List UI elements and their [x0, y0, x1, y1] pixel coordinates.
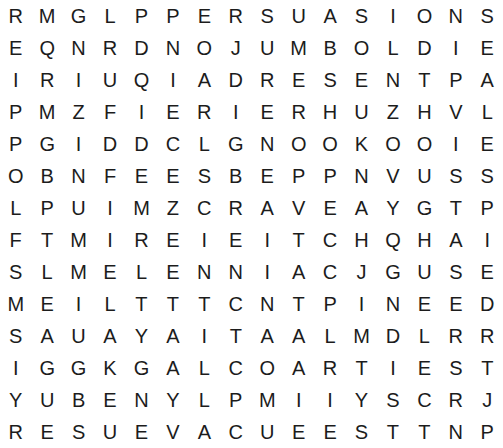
- grid-cell-r8-c3[interactable]: M: [63, 224, 94, 256]
- grid-cell-r11-c4[interactable]: A: [94, 320, 125, 352]
- grid-cell-r10-c9[interactable]: N: [252, 288, 283, 320]
- grid-cell-r6-c1[interactable]: O: [0, 160, 31, 192]
- grid-cell-r1-c12[interactable]: S: [346, 0, 377, 32]
- grid-cell-r4-c14[interactable]: H: [409, 96, 440, 128]
- grid-cell-r8-c5[interactable]: R: [126, 224, 157, 256]
- grid-cell-r3-c3[interactable]: I: [63, 64, 94, 96]
- grid-cell-r6-c15[interactable]: S: [440, 160, 471, 192]
- grid-cell-r8-c15[interactable]: A: [440, 224, 471, 256]
- grid-cell-r9-c15[interactable]: S: [440, 256, 471, 288]
- grid-cell-r14-c2[interactable]: E: [31, 416, 62, 448]
- grid-cell-r9-c4[interactable]: E: [94, 256, 125, 288]
- grid-cell-r13-c11[interactable]: I: [314, 384, 345, 416]
- grid-cell-r2-c6[interactable]: N: [157, 32, 188, 64]
- grid-cell-r11-c11[interactable]: L: [314, 320, 345, 352]
- grid-cell-r3-c2[interactable]: R: [31, 64, 62, 96]
- grid-cell-r6-c9[interactable]: E: [252, 160, 283, 192]
- grid-cell-r6-c14[interactable]: U: [409, 160, 440, 192]
- grid-cell-r1-c16[interactable]: S: [472, 0, 503, 32]
- grid-cell-r8-c7[interactable]: I: [189, 224, 220, 256]
- grid-cell-r9-c12[interactable]: J: [346, 256, 377, 288]
- grid-cell-r11-c2[interactable]: A: [31, 320, 62, 352]
- grid-cell-r3-c12[interactable]: E: [346, 64, 377, 96]
- grid-cell-r13-c13[interactable]: S: [377, 384, 408, 416]
- grid-cell-r8-c2[interactable]: T: [31, 224, 62, 256]
- grid-cell-r10-c13[interactable]: N: [377, 288, 408, 320]
- grid-cell-r7-c2[interactable]: P: [31, 192, 62, 224]
- grid-cell-r13-c8[interactable]: P: [220, 384, 251, 416]
- grid-cell-r8-c10[interactable]: T: [283, 224, 314, 256]
- grid-cell-r11-c5[interactable]: Y: [126, 320, 157, 352]
- grid-cell-r7-c5[interactable]: M: [126, 192, 157, 224]
- grid-cell-r13-c1[interactable]: Y: [0, 384, 31, 416]
- grid-cell-r10-c8[interactable]: C: [220, 288, 251, 320]
- grid-cell-r13-c4[interactable]: E: [94, 384, 125, 416]
- grid-cell-r12-c7[interactable]: L: [189, 352, 220, 384]
- grid-cell-r1-c14[interactable]: O: [409, 0, 440, 32]
- grid-cell-r2-c1[interactable]: E: [0, 32, 31, 64]
- grid-cell-r14-c12[interactable]: S: [346, 416, 377, 448]
- grid-cell-r14-c10[interactable]: E: [283, 416, 314, 448]
- grid-cell-r14-c3[interactable]: S: [63, 416, 94, 448]
- grid-cell-r6-c12[interactable]: N: [346, 160, 377, 192]
- grid-cell-r9-c3[interactable]: M: [63, 256, 94, 288]
- grid-cell-r5-c14[interactable]: O: [409, 128, 440, 160]
- grid-cell-r4-c16[interactable]: L: [472, 96, 503, 128]
- grid-cell-r13-c2[interactable]: U: [31, 384, 62, 416]
- grid-cell-r2-c3[interactable]: N: [63, 32, 94, 64]
- grid-cell-r12-c13[interactable]: I: [377, 352, 408, 384]
- grid-cell-r2-c2[interactable]: Q: [31, 32, 62, 64]
- grid-cell-r9-c16[interactable]: E: [472, 256, 503, 288]
- grid-cell-r2-c14[interactable]: D: [409, 32, 440, 64]
- grid-cell-r13-c14[interactable]: C: [409, 384, 440, 416]
- grid-cell-r14-c15[interactable]: N: [440, 416, 471, 448]
- grid-cell-r2-c16[interactable]: E: [472, 32, 503, 64]
- grid-cell-r1-c2[interactable]: M: [31, 0, 62, 32]
- grid-cell-r7-c1[interactable]: L: [0, 192, 31, 224]
- grid-cell-r1-c4[interactable]: L: [94, 0, 125, 32]
- grid-cell-r5-c15[interactable]: I: [440, 128, 471, 160]
- grid-cell-r5-c6[interactable]: C: [157, 128, 188, 160]
- grid-cell-r6-c13[interactable]: V: [377, 160, 408, 192]
- grid-cell-r4-c4[interactable]: F: [94, 96, 125, 128]
- grid-cell-r12-c6[interactable]: A: [157, 352, 188, 384]
- grid-cell-r5-c12[interactable]: K: [346, 128, 377, 160]
- grid-cell-r9-c7[interactable]: N: [189, 256, 220, 288]
- grid-cell-r3-c4[interactable]: U: [94, 64, 125, 96]
- grid-cell-r10-c6[interactable]: T: [157, 288, 188, 320]
- grid-cell-r1-c10[interactable]: U: [283, 0, 314, 32]
- grid-cell-r12-c2[interactable]: G: [31, 352, 62, 384]
- grid-cell-r9-c11[interactable]: C: [314, 256, 345, 288]
- grid-cell-r13-c3[interactable]: B: [63, 384, 94, 416]
- grid-cell-r4-c6[interactable]: E: [157, 96, 188, 128]
- grid-cell-r10-c10[interactable]: T: [283, 288, 314, 320]
- grid-cell-r9-c13[interactable]: G: [377, 256, 408, 288]
- grid-cell-r14-c7[interactable]: A: [189, 416, 220, 448]
- grid-cell-r7-c6[interactable]: Z: [157, 192, 188, 224]
- grid-cell-r11-c8[interactable]: T: [220, 320, 251, 352]
- grid-cell-r6-c2[interactable]: B: [31, 160, 62, 192]
- grid-cell-r12-c9[interactable]: O: [252, 352, 283, 384]
- grid-cell-r7-c14[interactable]: G: [409, 192, 440, 224]
- grid-cell-r11-c14[interactable]: L: [409, 320, 440, 352]
- grid-cell-r11-c10[interactable]: A: [283, 320, 314, 352]
- grid-cell-r14-c13[interactable]: T: [377, 416, 408, 448]
- grid-cell-r7-c11[interactable]: E: [314, 192, 345, 224]
- grid-cell-r7-c4[interactable]: I: [94, 192, 125, 224]
- grid-cell-r3-c16[interactable]: A: [472, 64, 503, 96]
- grid-cell-r5-c4[interactable]: D: [94, 128, 125, 160]
- grid-cell-r8-c12[interactable]: H: [346, 224, 377, 256]
- grid-cell-r12-c11[interactable]: R: [314, 352, 345, 384]
- grid-cell-r14-c16[interactable]: P: [472, 416, 503, 448]
- grid-cell-r6-c16[interactable]: S: [472, 160, 503, 192]
- grid-cell-r4-c13[interactable]: Z: [377, 96, 408, 128]
- grid-cell-r2-c10[interactable]: M: [283, 32, 314, 64]
- grid-cell-r8-c4[interactable]: I: [94, 224, 125, 256]
- grid-cell-r9-c14[interactable]: U: [409, 256, 440, 288]
- grid-cell-r3-c15[interactable]: P: [440, 64, 471, 96]
- grid-cell-r4-c7[interactable]: R: [189, 96, 220, 128]
- grid-cell-r5-c7[interactable]: L: [189, 128, 220, 160]
- grid-cell-r3-c13[interactable]: N: [377, 64, 408, 96]
- grid-cell-r3-c11[interactable]: S: [314, 64, 345, 96]
- grid-cell-r2-c12[interactable]: O: [346, 32, 377, 64]
- grid-cell-r14-c1[interactable]: R: [0, 416, 31, 448]
- grid-cell-r12-c4[interactable]: K: [94, 352, 125, 384]
- grid-cell-r4-c12[interactable]: U: [346, 96, 377, 128]
- grid-cell-r13-c16[interactable]: J: [472, 384, 503, 416]
- grid-cell-r9-c9[interactable]: I: [252, 256, 283, 288]
- grid-cell-r11-c6[interactable]: A: [157, 320, 188, 352]
- grid-cell-r10-c16[interactable]: D: [472, 288, 503, 320]
- grid-cell-r2-c11[interactable]: B: [314, 32, 345, 64]
- grid-cell-r1-c9[interactable]: S: [252, 0, 283, 32]
- grid-cell-r3-c8[interactable]: D: [220, 64, 251, 96]
- grid-cell-r10-c14[interactable]: E: [409, 288, 440, 320]
- grid-cell-r6-c8[interactable]: B: [220, 160, 251, 192]
- grid-cell-r12-c12[interactable]: T: [346, 352, 377, 384]
- grid-cell-r7-c8[interactable]: R: [220, 192, 251, 224]
- grid-cell-r4-c11[interactable]: H: [314, 96, 345, 128]
- grid-cell-r9-c8[interactable]: N: [220, 256, 251, 288]
- grid-cell-r3-c1[interactable]: I: [0, 64, 31, 96]
- grid-cell-r7-c12[interactable]: A: [346, 192, 377, 224]
- grid-cell-r5-c13[interactable]: O: [377, 128, 408, 160]
- grid-cell-r13-c9[interactable]: M: [252, 384, 283, 416]
- grid-cell-r7-c13[interactable]: Y: [377, 192, 408, 224]
- grid-cell-r5-c2[interactable]: G: [31, 128, 62, 160]
- grid-cell-r2-c5[interactable]: D: [126, 32, 157, 64]
- grid-cell-r11-c7[interactable]: I: [189, 320, 220, 352]
- grid-cell-r4-c8[interactable]: I: [220, 96, 251, 128]
- grid-cell-r5-c10[interactable]: O: [283, 128, 314, 160]
- grid-cell-r7-c7[interactable]: C: [189, 192, 220, 224]
- grid-cell-r12-c3[interactable]: G: [63, 352, 94, 384]
- grid-cell-r1-c8[interactable]: R: [220, 0, 251, 32]
- grid-cell-r9-c5[interactable]: L: [126, 256, 157, 288]
- grid-cell-r10-c11[interactable]: P: [314, 288, 345, 320]
- grid-cell-r9-c10[interactable]: A: [283, 256, 314, 288]
- grid-cell-r9-c2[interactable]: L: [31, 256, 62, 288]
- grid-cell-r11-c3[interactable]: U: [63, 320, 94, 352]
- grid-cell-r3-c10[interactable]: E: [283, 64, 314, 96]
- grid-cell-r11-c13[interactable]: D: [377, 320, 408, 352]
- grid-cell-r1-c5[interactable]: P: [126, 0, 157, 32]
- grid-cell-r7-c16[interactable]: P: [472, 192, 503, 224]
- grid-cell-r1-c6[interactable]: P: [157, 0, 188, 32]
- word-search-grid: RMGLPPERSUASIONSEQNRDNOJUMBOLDIEIRIUQIAD…: [0, 0, 503, 448]
- grid-cell-r4-c15[interactable]: V: [440, 96, 471, 128]
- grid-cell-r10-c5[interactable]: T: [126, 288, 157, 320]
- grid-cell-r7-c3[interactable]: U: [63, 192, 94, 224]
- grid-cell-r11-c1[interactable]: S: [0, 320, 31, 352]
- grid-cell-r6-c11[interactable]: P: [314, 160, 345, 192]
- grid-cell-r1-c3[interactable]: G: [63, 0, 94, 32]
- grid-cell-r10-c3[interactable]: I: [63, 288, 94, 320]
- grid-cell-r6-c4[interactable]: F: [94, 160, 125, 192]
- grid-cell-r10-c1[interactable]: M: [0, 288, 31, 320]
- grid-cell-r11-c12[interactable]: M: [346, 320, 377, 352]
- grid-cell-r1-c15[interactable]: N: [440, 0, 471, 32]
- grid-cell-r4-c2[interactable]: M: [31, 96, 62, 128]
- grid-cell-r14-c9[interactable]: U: [252, 416, 283, 448]
- grid-cell-r10-c15[interactable]: E: [440, 288, 471, 320]
- grid-cell-r3-c5[interactable]: Q: [126, 64, 157, 96]
- grid-cell-r9-c1[interactable]: S: [0, 256, 31, 288]
- grid-cell-r5-c3[interactable]: I: [63, 128, 94, 160]
- grid-cell-r6-c7[interactable]: S: [189, 160, 220, 192]
- grid-cell-r12-c15[interactable]: S: [440, 352, 471, 384]
- grid-cell-r2-c15[interactable]: I: [440, 32, 471, 64]
- grid-cell-r4-c1[interactable]: P: [0, 96, 31, 128]
- grid-cell-r4-c9[interactable]: E: [252, 96, 283, 128]
- grid-cell-r5-c9[interactable]: N: [252, 128, 283, 160]
- grid-cell-r6-c3[interactable]: N: [63, 160, 94, 192]
- grid-cell-r4-c3[interactable]: Z: [63, 96, 94, 128]
- grid-cell-r11-c9[interactable]: A: [252, 320, 283, 352]
- grid-cell-r1-c11[interactable]: A: [314, 0, 345, 32]
- grid-cell-r8-c11[interactable]: C: [314, 224, 345, 256]
- grid-cell-r10-c12[interactable]: I: [346, 288, 377, 320]
- grid-cell-r1-c7[interactable]: E: [189, 0, 220, 32]
- grid-cell-r8-c1[interactable]: F: [0, 224, 31, 256]
- grid-cell-r5-c8[interactable]: G: [220, 128, 251, 160]
- grid-cell-r8-c13[interactable]: Q: [377, 224, 408, 256]
- grid-cell-r8-c16[interactable]: I: [472, 224, 503, 256]
- grid-cell-r14-c11[interactable]: E: [314, 416, 345, 448]
- grid-cell-r14-c4[interactable]: U: [94, 416, 125, 448]
- grid-cell-r7-c9[interactable]: A: [252, 192, 283, 224]
- grid-cell-r7-c15[interactable]: T: [440, 192, 471, 224]
- grid-cell-r2-c7[interactable]: O: [189, 32, 220, 64]
- grid-cell-r13-c6[interactable]: Y: [157, 384, 188, 416]
- grid-cell-r8-c8[interactable]: E: [220, 224, 251, 256]
- grid-cell-r12-c1[interactable]: I: [0, 352, 31, 384]
- grid-cell-r13-c12[interactable]: Y: [346, 384, 377, 416]
- grid-cell-r7-c10[interactable]: V: [283, 192, 314, 224]
- grid-cell-r6-c5[interactable]: E: [126, 160, 157, 192]
- grid-cell-r13-c7[interactable]: L: [189, 384, 220, 416]
- grid-cell-r1-c1[interactable]: R: [0, 0, 31, 32]
- grid-cell-r6-c10[interactable]: P: [283, 160, 314, 192]
- grid-cell-r13-c5[interactable]: N: [126, 384, 157, 416]
- grid-cell-r4-c5[interactable]: I: [126, 96, 157, 128]
- grid-cell-r14-c6[interactable]: V: [157, 416, 188, 448]
- grid-cell-r4-c10[interactable]: R: [283, 96, 314, 128]
- grid-cell-r3-c14[interactable]: T: [409, 64, 440, 96]
- grid-cell-r3-c9[interactable]: R: [252, 64, 283, 96]
- grid-cell-r13-c10[interactable]: I: [283, 384, 314, 416]
- grid-cell-r10-c4[interactable]: L: [94, 288, 125, 320]
- grid-cell-r5-c1[interactable]: P: [0, 128, 31, 160]
- grid-cell-r5-c11[interactable]: O: [314, 128, 345, 160]
- grid-cell-r3-c7[interactable]: A: [189, 64, 220, 96]
- grid-cell-r5-c16[interactable]: E: [472, 128, 503, 160]
- grid-cell-r8-c6[interactable]: E: [157, 224, 188, 256]
- grid-cell-r6-c6[interactable]: E: [157, 160, 188, 192]
- grid-cell-r12-c8[interactable]: C: [220, 352, 251, 384]
- grid-cell-r2-c13[interactable]: L: [377, 32, 408, 64]
- grid-cell-r14-c5[interactable]: E: [126, 416, 157, 448]
- grid-cell-r10-c7[interactable]: T: [189, 288, 220, 320]
- grid-cell-r11-c16[interactable]: R: [472, 320, 503, 352]
- grid-cell-r10-c2[interactable]: E: [31, 288, 62, 320]
- grid-cell-r12-c5[interactable]: G: [126, 352, 157, 384]
- grid-cell-r14-c8[interactable]: C: [220, 416, 251, 448]
- grid-cell-r2-c8[interactable]: J: [220, 32, 251, 64]
- grid-cell-r2-c4[interactable]: R: [94, 32, 125, 64]
- grid-cell-r14-c14[interactable]: T: [409, 416, 440, 448]
- grid-cell-r3-c6[interactable]: I: [157, 64, 188, 96]
- grid-cell-r2-c9[interactable]: U: [252, 32, 283, 64]
- grid-cell-r12-c16[interactable]: T: [472, 352, 503, 384]
- grid-cell-r11-c15[interactable]: R: [440, 320, 471, 352]
- grid-cell-r8-c9[interactable]: I: [252, 224, 283, 256]
- grid-cell-r9-c6[interactable]: E: [157, 256, 188, 288]
- grid-cell-r8-c14[interactable]: H: [409, 224, 440, 256]
- grid-cell-r13-c15[interactable]: R: [440, 384, 471, 416]
- grid-cell-r12-c10[interactable]: A: [283, 352, 314, 384]
- grid-cell-r12-c14[interactable]: E: [409, 352, 440, 384]
- grid-cell-r5-c5[interactable]: D: [126, 128, 157, 160]
- grid-cell-r1-c13[interactable]: I: [377, 0, 408, 32]
